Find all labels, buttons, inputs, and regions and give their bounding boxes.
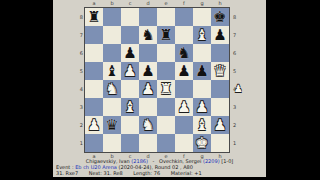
coord-label-5: 5 <box>233 62 237 80</box>
square-d6 <box>139 44 157 62</box>
coord-label-7: 7 <box>79 26 83 44</box>
coord-label-7: 7 <box>233 26 237 44</box>
coord-label-6: 6 <box>79 44 83 62</box>
black-knight: ♞ <box>139 26 157 44</box>
square-f7 <box>175 26 193 44</box>
square-d8 <box>139 8 157 26</box>
square-b6 <box>103 44 121 62</box>
square-g7: ♝ <box>193 26 211 44</box>
coord-label-8: 8 <box>233 8 237 26</box>
black-pawn: ♟ <box>175 62 193 80</box>
coord-label-1: 1 <box>79 134 83 152</box>
game-result: [1-0] <box>221 158 233 164</box>
coord-label-a: a <box>85 1 103 6</box>
file-labels-top: abcdefgh <box>85 1 229 6</box>
white-bishop: ♝ <box>193 116 211 134</box>
square-e7: ♜ <box>157 26 175 44</box>
square-a5 <box>85 62 103 80</box>
black-pawn: ♟ <box>211 26 229 44</box>
square-f1 <box>175 134 193 152</box>
coord-label-3: 3 <box>233 98 237 116</box>
square-g5: ♟ <box>193 62 211 80</box>
coord-label-4: 4 <box>79 80 83 98</box>
square-f6: ♞ <box>175 44 193 62</box>
square-e8 <box>157 8 175 26</box>
black-king: ♚ <box>211 8 229 26</box>
square-f4 <box>175 80 193 98</box>
square-c7 <box>121 26 139 44</box>
square-a1 <box>85 134 103 152</box>
last-move: 31. Rxe7 <box>56 170 78 176</box>
square-d2: ♞ <box>139 116 157 134</box>
coord-label-2: 2 <box>233 116 237 134</box>
square-h5: ♛ <box>211 62 229 80</box>
white-pawn: ♟ <box>211 116 229 134</box>
white-pawn: ♟ <box>139 80 157 98</box>
coord-label-3: 3 <box>79 98 83 116</box>
black-player-rating: (2209) <box>203 158 220 164</box>
square-a6 <box>85 44 103 62</box>
square-h3 <box>211 98 229 116</box>
square-h2: ♟ <box>211 116 229 134</box>
rank-labels-left: 87654321 <box>79 8 83 152</box>
square-a4 <box>85 80 103 98</box>
white-rook: ♜ <box>157 80 175 98</box>
square-b1 <box>103 134 121 152</box>
square-d3 <box>139 98 157 116</box>
white-queen: ♛ <box>211 62 229 80</box>
white-knight: ♞ <box>139 116 157 134</box>
square-c2 <box>121 116 139 134</box>
square-f5: ♟ <box>175 62 193 80</box>
square-f2 <box>175 116 193 134</box>
square-e5 <box>157 62 175 80</box>
white-pawn: ♟ <box>85 116 103 134</box>
square-c8 <box>121 8 139 26</box>
video-frame: abcdefgh 87654321 ♜♚♞♜♝♟♟♞♝♟♟♟♟♛♞♟♜♝♟♟♟♛… <box>0 0 320 180</box>
coord-label-d: d <box>139 1 157 6</box>
square-a3 <box>85 98 103 116</box>
coord-label-2: 2 <box>79 116 83 134</box>
white-knight: ♞ <box>103 80 121 98</box>
material-tray-white-pawn-icon: ♟ <box>234 84 243 94</box>
square-d5: ♟ <box>139 62 157 80</box>
square-h8: ♚ <box>211 8 229 26</box>
square-h4 <box>211 80 229 98</box>
black-pawn: ♟ <box>121 44 139 62</box>
coord-label-c: c <box>121 1 139 6</box>
square-c4 <box>121 80 139 98</box>
square-e1 <box>157 134 175 152</box>
square-g4 <box>193 80 211 98</box>
square-c1 <box>121 134 139 152</box>
square-a8: ♜ <box>85 8 103 26</box>
black-pawn: ♟ <box>193 62 211 80</box>
square-d4: ♟ <box>139 80 157 98</box>
square-e4: ♜ <box>157 80 175 98</box>
coord-label-5: 5 <box>79 62 83 80</box>
white-king: ♚ <box>193 134 211 152</box>
white-pawn: ♟ <box>175 98 193 116</box>
move-info-line: 31. Rxe7 Next: 31. Re8 Length: 76 Materi… <box>56 170 211 176</box>
square-h7: ♟ <box>211 26 229 44</box>
coord-label-g: g <box>193 1 211 6</box>
coord-label-1: 1 <box>233 134 237 152</box>
coord-label-8: 8 <box>79 8 83 26</box>
black-rook: ♜ <box>85 8 103 26</box>
square-a2: ♟ <box>85 116 103 134</box>
square-c3: ♝ <box>121 98 139 116</box>
square-c5: ♟ <box>121 62 139 80</box>
next-move: Next: 31. Re8 <box>89 170 123 176</box>
coord-label-b: b <box>103 1 121 6</box>
chess-gui-panel: abcdefgh 87654321 ♜♚♞♜♝♟♟♞♝♟♟♟♟♛♞♟♜♝♟♟♟♛… <box>53 0 266 177</box>
white-pawn: ♟ <box>121 62 139 80</box>
coord-label-f: f <box>175 1 193 6</box>
black-knight: ♞ <box>175 44 193 62</box>
white-bishop: ♝ <box>121 98 139 116</box>
coord-label-e: e <box>157 1 175 6</box>
square-c6: ♟ <box>121 44 139 62</box>
square-b3 <box>103 98 121 116</box>
white-pawn: ♟ <box>193 98 211 116</box>
square-b8 <box>103 8 121 26</box>
square-e3 <box>157 98 175 116</box>
material-balance: Material: +1 <box>171 170 202 176</box>
game-length: Length: 76 <box>133 170 160 176</box>
square-b2: ♛ <box>103 116 121 134</box>
black-bishop: ♝ <box>103 62 121 80</box>
square-g1: ♚ <box>193 134 211 152</box>
chess-board: ♜♚♞♜♝♟♟♞♝♟♟♟♟♛♞♟♜♝♟♟♟♛♞♝♟♚ <box>84 7 230 153</box>
coord-label-6: 6 <box>233 44 237 62</box>
square-g8 <box>193 8 211 26</box>
square-b7 <box>103 26 121 44</box>
square-g2: ♝ <box>193 116 211 134</box>
black-rook: ♜ <box>157 26 175 44</box>
square-h1 <box>211 134 229 152</box>
square-b5: ♝ <box>103 62 121 80</box>
white-bishop: ♝ <box>193 26 211 44</box>
square-f3: ♟ <box>175 98 193 116</box>
black-pawn: ♟ <box>139 62 157 80</box>
square-f8 <box>175 8 193 26</box>
rank-labels-right: 87654321 <box>233 8 237 152</box>
square-a7 <box>85 26 103 44</box>
square-g3: ♟ <box>193 98 211 116</box>
square-g6 <box>193 44 211 62</box>
square-b4: ♞ <box>103 80 121 98</box>
black-queen: ♛ <box>103 116 121 134</box>
square-e2 <box>157 116 175 134</box>
coord-label-h: h <box>211 1 229 6</box>
square-d7: ♞ <box>139 26 157 44</box>
square-d1 <box>139 134 157 152</box>
square-e6 <box>157 44 175 62</box>
square-h6 <box>211 44 229 62</box>
